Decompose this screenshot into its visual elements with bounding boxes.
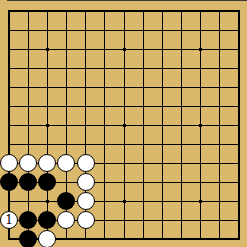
intersection	[114, 2, 133, 21]
intersection	[191, 135, 210, 154]
intersection	[95, 135, 114, 154]
intersection	[57, 78, 76, 97]
intersection	[38, 40, 57, 59]
intersection	[95, 230, 114, 247]
black-stone	[57, 192, 75, 210]
intersection	[38, 154, 57, 173]
intersection	[57, 116, 76, 135]
intersection	[229, 97, 247, 116]
intersection	[229, 116, 247, 135]
intersection	[114, 40, 133, 59]
intersection	[134, 135, 153, 154]
white-stone	[0, 154, 18, 172]
intersection	[153, 2, 172, 21]
intersection	[76, 135, 95, 154]
intersection	[191, 78, 210, 97]
intersection	[0, 59, 19, 78]
intersection	[19, 211, 38, 230]
intersection	[229, 211, 247, 230]
intersection	[153, 173, 172, 192]
intersection	[19, 40, 38, 59]
intersection	[210, 21, 229, 40]
intersection	[172, 59, 191, 78]
go-diagram: 1	[0, 0, 247, 247]
intersection	[172, 21, 191, 40]
intersection	[114, 21, 133, 40]
intersection	[210, 173, 229, 192]
intersection	[19, 78, 38, 97]
intersection	[134, 40, 153, 59]
intersection	[172, 40, 191, 59]
intersection	[210, 211, 229, 230]
intersection	[95, 116, 114, 135]
intersection	[210, 154, 229, 173]
intersection	[191, 59, 210, 78]
white-stone	[57, 211, 75, 229]
intersection	[95, 40, 114, 59]
intersection	[95, 173, 114, 192]
intersection	[38, 116, 57, 135]
intersection	[153, 192, 172, 211]
intersection	[57, 154, 76, 173]
white-stone	[38, 154, 56, 172]
intersection	[114, 154, 133, 173]
intersection	[229, 21, 247, 40]
intersection	[95, 59, 114, 78]
intersection	[57, 97, 76, 116]
intersection: 1	[0, 211, 19, 230]
intersection	[19, 116, 38, 135]
intersection	[134, 230, 153, 247]
intersection	[172, 173, 191, 192]
intersection	[95, 97, 114, 116]
intersection	[19, 59, 38, 78]
intersection	[172, 230, 191, 247]
intersection	[172, 78, 191, 97]
intersection	[153, 78, 172, 97]
intersection	[0, 2, 19, 21]
intersection	[57, 230, 76, 247]
intersection	[114, 59, 133, 78]
move-number-label: 1	[5, 214, 13, 226]
intersection	[172, 135, 191, 154]
intersection	[229, 78, 247, 97]
intersection	[38, 21, 57, 40]
intersection	[229, 230, 247, 247]
intersection	[191, 21, 210, 40]
black-stone	[19, 230, 37, 247]
intersection	[210, 97, 229, 116]
intersection	[0, 230, 19, 247]
intersection	[134, 97, 153, 116]
marked-move-stone: 1	[0, 211, 18, 229]
intersection	[19, 21, 38, 40]
intersection	[0, 21, 19, 40]
intersection	[38, 59, 57, 78]
intersection	[114, 78, 133, 97]
intersection	[229, 40, 247, 59]
intersection	[95, 192, 114, 211]
intersection	[19, 2, 38, 21]
intersection	[153, 59, 172, 78]
intersection	[191, 154, 210, 173]
white-stone	[77, 173, 95, 191]
intersection	[0, 116, 19, 135]
board-grid: 1	[0, 2, 247, 247]
intersection	[57, 2, 76, 21]
intersection	[210, 135, 229, 154]
intersection	[95, 78, 114, 97]
intersection	[229, 192, 247, 211]
intersection	[191, 173, 210, 192]
intersection	[76, 78, 95, 97]
intersection	[153, 97, 172, 116]
intersection	[134, 2, 153, 21]
black-stone	[19, 211, 37, 229]
intersection	[153, 135, 172, 154]
intersection	[229, 2, 247, 21]
white-stone	[77, 211, 95, 229]
intersection	[57, 21, 76, 40]
intersection	[229, 59, 247, 78]
intersection	[19, 97, 38, 116]
intersection	[0, 40, 19, 59]
intersection	[0, 97, 19, 116]
intersection	[76, 173, 95, 192]
go-board: 1	[0, 0, 247, 247]
intersection	[172, 154, 191, 173]
intersection	[210, 59, 229, 78]
intersection	[19, 135, 38, 154]
intersection	[229, 154, 247, 173]
intersection	[191, 2, 210, 21]
intersection	[134, 173, 153, 192]
intersection	[19, 154, 38, 173]
intersection	[114, 230, 133, 247]
intersection	[95, 21, 114, 40]
intersection	[210, 192, 229, 211]
white-stone	[19, 154, 37, 172]
intersection	[134, 21, 153, 40]
intersection	[210, 2, 229, 21]
intersection	[172, 192, 191, 211]
intersection	[191, 97, 210, 116]
intersection	[210, 78, 229, 97]
black-stone	[38, 211, 56, 229]
intersection	[95, 154, 114, 173]
intersection	[153, 211, 172, 230]
intersection	[76, 21, 95, 40]
white-stone	[77, 154, 95, 172]
intersection	[134, 211, 153, 230]
intersection	[76, 230, 95, 247]
intersection	[38, 192, 57, 211]
intersection	[229, 173, 247, 192]
intersection	[57, 40, 76, 59]
white-stone	[57, 154, 75, 172]
intersection	[57, 59, 76, 78]
intersection	[153, 154, 172, 173]
intersection	[19, 192, 38, 211]
intersection	[191, 116, 210, 135]
black-stone	[19, 173, 37, 191]
intersection	[153, 230, 172, 247]
intersection	[19, 230, 38, 247]
intersection	[76, 154, 95, 173]
intersection	[191, 40, 210, 59]
intersection	[210, 230, 229, 247]
intersection	[38, 97, 57, 116]
intersection	[95, 2, 114, 21]
intersection	[229, 135, 247, 154]
intersection	[134, 59, 153, 78]
intersection	[114, 97, 133, 116]
intersection	[76, 211, 95, 230]
intersection	[57, 192, 76, 211]
black-stone	[38, 173, 56, 191]
intersection	[114, 135, 133, 154]
intersection	[19, 173, 38, 192]
intersection	[38, 2, 57, 21]
intersection	[172, 116, 191, 135]
intersection	[76, 97, 95, 116]
intersection	[76, 59, 95, 78]
intersection	[191, 211, 210, 230]
intersection	[76, 192, 95, 211]
white-stone	[77, 192, 95, 210]
intersection	[38, 230, 57, 247]
intersection	[114, 116, 133, 135]
intersection	[191, 192, 210, 211]
intersection	[172, 97, 191, 116]
intersection	[57, 173, 76, 192]
top-edge-artifact-line	[7, 0, 247, 1]
intersection	[95, 211, 114, 230]
intersection	[134, 192, 153, 211]
intersection	[172, 2, 191, 21]
intersection	[57, 211, 76, 230]
intersection	[134, 154, 153, 173]
intersection	[38, 135, 57, 154]
intersection	[38, 78, 57, 97]
intersection	[38, 173, 57, 192]
intersection	[153, 40, 172, 59]
intersection	[76, 40, 95, 59]
intersection	[153, 21, 172, 40]
intersection	[0, 192, 19, 211]
white-stone	[38, 230, 56, 247]
intersection	[76, 2, 95, 21]
intersection	[38, 211, 57, 230]
intersection	[210, 116, 229, 135]
intersection	[134, 116, 153, 135]
intersection	[0, 173, 19, 192]
intersection	[0, 135, 19, 154]
intersection	[114, 192, 133, 211]
intersection	[57, 135, 76, 154]
intersection	[134, 78, 153, 97]
intersection	[210, 40, 229, 59]
intersection	[114, 211, 133, 230]
intersection	[0, 154, 19, 173]
intersection	[114, 173, 133, 192]
intersection	[172, 211, 191, 230]
black-stone	[0, 173, 18, 191]
intersection	[191, 230, 210, 247]
intersection	[76, 116, 95, 135]
intersection	[153, 116, 172, 135]
intersection	[0, 78, 19, 97]
